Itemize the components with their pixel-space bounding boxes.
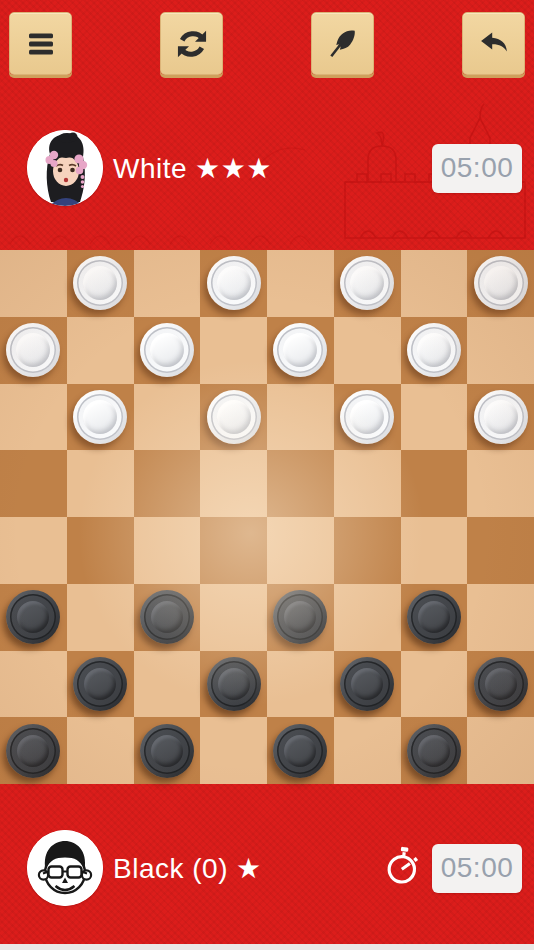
square-f7[interactable] <box>334 317 401 384</box>
square-c3[interactable] <box>134 584 201 651</box>
square-a6[interactable] <box>0 384 67 451</box>
black-piece[interactable] <box>407 724 461 778</box>
square-a4[interactable] <box>0 517 67 584</box>
square-b5[interactable] <box>67 450 134 517</box>
stopwatch-icon <box>379 841 425 894</box>
black-player-label: Black (0)★ <box>113 852 262 885</box>
square-b8[interactable] <box>67 250 134 317</box>
square-g6[interactable] <box>401 384 468 451</box>
square-b6[interactable] <box>67 384 134 451</box>
white-player-bar: White★★★ 05:00 <box>0 128 534 208</box>
square-e2[interactable] <box>267 651 334 718</box>
square-f1[interactable] <box>334 717 401 784</box>
square-h3[interactable] <box>467 584 534 651</box>
square-h7[interactable] <box>467 317 534 384</box>
black-piece[interactable] <box>340 657 394 711</box>
square-h1[interactable] <box>467 717 534 784</box>
white-piece[interactable] <box>73 390 127 444</box>
square-a3[interactable] <box>0 584 67 651</box>
square-h2[interactable] <box>467 651 534 718</box>
square-b2[interactable] <box>67 651 134 718</box>
square-a1[interactable] <box>0 717 67 784</box>
square-e3[interactable] <box>267 584 334 651</box>
square-e5[interactable] <box>267 450 334 517</box>
black-piece[interactable] <box>140 724 194 778</box>
square-d1[interactable] <box>200 717 267 784</box>
square-b1[interactable] <box>67 717 134 784</box>
square-f6[interactable] <box>334 384 401 451</box>
square-c6[interactable] <box>134 384 201 451</box>
hamburger-menu-icon <box>23 26 59 62</box>
bottom-edge-strip <box>0 944 534 950</box>
black-timer: 05:00 <box>432 844 522 893</box>
black-piece[interactable] <box>6 590 60 644</box>
square-d4[interactable] <box>200 517 267 584</box>
white-player-label: White★★★ <box>113 152 272 185</box>
square-e1[interactable] <box>267 717 334 784</box>
square-a5[interactable] <box>0 450 67 517</box>
black-timer-value: 05:00 <box>441 852 514 884</box>
white-piece[interactable] <box>73 256 127 310</box>
square-d2[interactable] <box>200 651 267 718</box>
notation-button[interactable] <box>311 12 374 75</box>
black-piece[interactable] <box>407 590 461 644</box>
square-b7[interactable] <box>67 317 134 384</box>
square-g7[interactable] <box>401 317 468 384</box>
square-a8[interactable] <box>0 250 67 317</box>
square-c5[interactable] <box>134 450 201 517</box>
square-f3[interactable] <box>334 584 401 651</box>
square-c7[interactable] <box>134 317 201 384</box>
square-b4[interactable] <box>67 517 134 584</box>
square-g2[interactable] <box>401 651 468 718</box>
white-player-name: White <box>113 153 187 184</box>
undo-button[interactable] <box>462 12 525 75</box>
black-player-stars: ★ <box>236 853 262 884</box>
black-piece[interactable] <box>140 590 194 644</box>
square-c2[interactable] <box>134 651 201 718</box>
boy-avatar-icon <box>27 830 103 906</box>
square-c8[interactable] <box>134 250 201 317</box>
white-piece[interactable] <box>207 390 261 444</box>
white-piece[interactable] <box>273 323 327 377</box>
square-d5[interactable] <box>200 450 267 517</box>
board[interactable] <box>0 250 534 784</box>
black-piece[interactable] <box>73 657 127 711</box>
black-piece[interactable] <box>273 590 327 644</box>
menu-button[interactable] <box>9 12 72 75</box>
white-timer: 05:00 <box>432 144 522 193</box>
black-player-avatar <box>27 830 103 906</box>
square-g3[interactable] <box>401 584 468 651</box>
white-timer-value: 05:00 <box>441 152 514 184</box>
square-h4[interactable] <box>467 517 534 584</box>
square-d3[interactable] <box>200 584 267 651</box>
black-piece[interactable] <box>207 657 261 711</box>
square-c4[interactable] <box>134 517 201 584</box>
new-game-button[interactable] <box>160 12 223 75</box>
square-e6[interactable] <box>267 384 334 451</box>
square-e7[interactable] <box>267 317 334 384</box>
square-d6[interactable] <box>200 384 267 451</box>
black-piece[interactable] <box>6 724 60 778</box>
square-b3[interactable] <box>67 584 134 651</box>
white-piece[interactable] <box>407 323 461 377</box>
square-d8[interactable] <box>200 250 267 317</box>
refresh-icon <box>173 25 211 63</box>
undo-arrow-icon <box>476 26 512 62</box>
square-f8[interactable] <box>334 250 401 317</box>
white-piece[interactable] <box>474 390 528 444</box>
black-player-bar: Black (0)★ 05:00 <box>0 828 534 908</box>
white-player-avatar <box>27 130 103 206</box>
square-e8[interactable] <box>267 250 334 317</box>
white-player-stars: ★★★ <box>195 153 272 184</box>
square-a7[interactable] <box>0 317 67 384</box>
girl-avatar-icon <box>27 130 103 206</box>
square-f5[interactable] <box>334 450 401 517</box>
square-c1[interactable] <box>134 717 201 784</box>
black-player-name: Black (0) <box>113 853 228 884</box>
square-h8[interactable] <box>467 250 534 317</box>
square-f2[interactable] <box>334 651 401 718</box>
black-piece[interactable] <box>474 657 528 711</box>
square-h5[interactable] <box>467 450 534 517</box>
square-g8[interactable] <box>401 250 468 317</box>
feather-icon <box>325 26 361 62</box>
square-h6[interactable] <box>467 384 534 451</box>
white-piece[interactable] <box>340 390 394 444</box>
square-d7[interactable] <box>200 317 267 384</box>
black-piece[interactable] <box>273 724 327 778</box>
toolbar <box>0 12 534 75</box>
white-piece[interactable] <box>340 256 394 310</box>
square-g4[interactable] <box>401 517 468 584</box>
white-piece[interactable] <box>140 323 194 377</box>
white-piece[interactable] <box>6 323 60 377</box>
white-piece[interactable] <box>207 256 261 310</box>
white-piece[interactable] <box>474 256 528 310</box>
square-g1[interactable] <box>401 717 468 784</box>
square-a2[interactable] <box>0 651 67 718</box>
square-e4[interactable] <box>267 517 334 584</box>
square-g5[interactable] <box>401 450 468 517</box>
square-f4[interactable] <box>334 517 401 584</box>
